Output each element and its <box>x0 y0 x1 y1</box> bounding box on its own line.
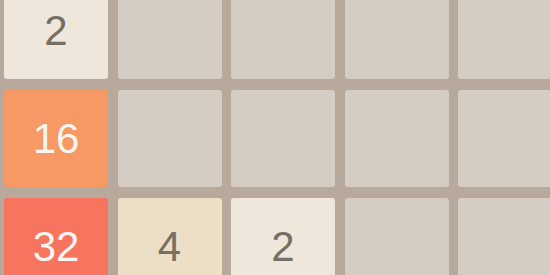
empty-cell <box>458 0 550 79</box>
empty-cell <box>345 90 449 187</box>
tile-2: 2 <box>231 198 335 275</box>
board-grid[interactable]: 2 16 32 4 2 <box>4 0 550 275</box>
empty-cell <box>345 198 449 275</box>
tile-32: 32 <box>4 198 108 275</box>
empty-cell <box>231 0 335 79</box>
empty-cell <box>345 0 449 79</box>
empty-cell <box>458 90 550 187</box>
empty-cell <box>231 90 335 187</box>
tile-16: 16 <box>4 90 108 187</box>
empty-cell <box>458 198 550 275</box>
empty-cell <box>118 90 222 187</box>
empty-cell <box>118 0 222 79</box>
tile-2: 2 <box>4 0 108 79</box>
tile-4: 4 <box>118 198 222 275</box>
